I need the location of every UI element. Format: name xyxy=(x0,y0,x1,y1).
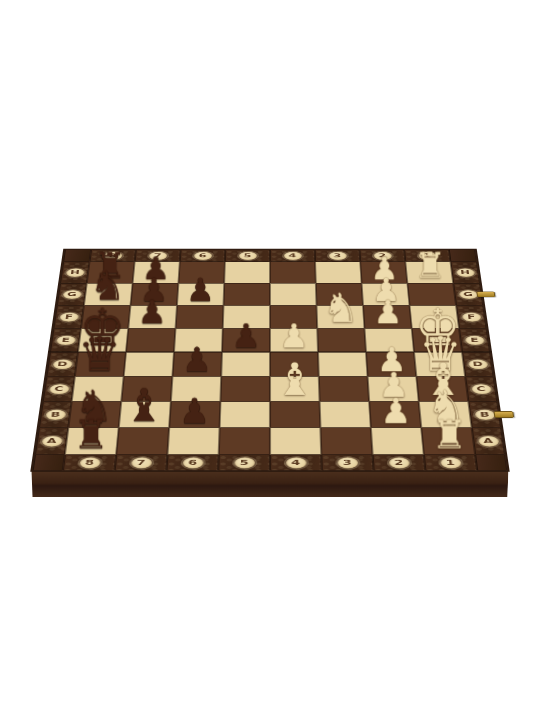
chess-board-3d: 87654321H♜♟♟♜HG♞♟♟♟GF♟♞♟FE♚♟♟♚ED♛♟♟♛DC♝♟… xyxy=(33,250,508,471)
square-g6[interactable]: ♟ xyxy=(177,283,224,305)
coordinate-medallion: F xyxy=(59,312,79,321)
piece-white-knight-f3[interactable]: ♞ xyxy=(323,289,359,329)
coordinate-medallion: 6 xyxy=(194,251,212,259)
square-c3[interactable] xyxy=(319,376,369,401)
coordinate-medallion: C xyxy=(471,384,492,394)
piece-black-queen-d8[interactable]: ♛ xyxy=(78,330,121,378)
coord-bottom-1: 1 xyxy=(424,455,477,471)
square-b5[interactable] xyxy=(220,402,270,428)
square-a7[interactable] xyxy=(116,428,169,455)
square-h4[interactable] xyxy=(270,262,316,284)
coord-bottom-7: 7 xyxy=(115,455,168,471)
coord-right-C: C xyxy=(465,376,497,401)
square-d7[interactable] xyxy=(124,352,174,376)
square-b6[interactable]: ♟ xyxy=(169,402,220,428)
coordinate-medallion: H xyxy=(65,268,84,277)
square-d8[interactable]: ♛ xyxy=(75,352,126,376)
board-frame: 87654321H♜♟♟♜HG♞♟♟♟GF♟♞♟FE♚♟♟♚ED♛♟♟♛DC♝♟… xyxy=(33,250,508,471)
coord-left-E: E xyxy=(50,328,81,352)
square-d5[interactable] xyxy=(221,352,270,376)
coord-left-C: C xyxy=(43,376,75,401)
coord-bottom-4: 4 xyxy=(270,455,322,471)
square-g5[interactable] xyxy=(223,283,270,305)
square-e7[interactable] xyxy=(126,328,176,352)
square-c5[interactable] xyxy=(220,376,270,401)
coordinate-medallion: D xyxy=(52,359,72,369)
coordinate-medallion: B xyxy=(45,409,66,419)
coord-left-A: A xyxy=(35,428,68,455)
frame-corner xyxy=(63,250,91,262)
piece-white-rook-h1[interactable]: ♜ xyxy=(414,249,446,284)
coordinate-medallion: C xyxy=(48,384,69,394)
square-a6[interactable] xyxy=(167,428,219,455)
frame-corner xyxy=(33,455,65,471)
square-a8[interactable]: ♜ xyxy=(65,428,119,455)
coord-bottom-5: 5 xyxy=(218,455,270,471)
coord-right-D: D xyxy=(462,352,494,376)
coordinate-medallion: 6 xyxy=(182,457,203,468)
square-h1[interactable]: ♜ xyxy=(405,262,453,284)
coord-left-H: H xyxy=(60,262,89,284)
coordinate-medallion: B xyxy=(474,409,495,419)
square-d3[interactable] xyxy=(318,352,368,376)
square-h5[interactable] xyxy=(224,262,270,284)
square-e4[interactable]: ♟ xyxy=(270,328,318,352)
square-b4[interactable] xyxy=(270,402,320,428)
coord-left-D: D xyxy=(46,352,78,376)
piece-black-pawn-b6[interactable]: ♟ xyxy=(179,393,210,428)
coordinate-medallion: 5 xyxy=(239,251,257,259)
piece-white-bishop-c4[interactable]: ♝ xyxy=(275,358,315,402)
piece-black-pawn-g6[interactable]: ♟ xyxy=(186,274,215,306)
coordinate-medallion: A xyxy=(41,436,63,447)
piece-black-pawn-e5[interactable]: ♟ xyxy=(231,319,261,352)
coord-bottom-6: 6 xyxy=(166,455,218,471)
coordinate-medallion: 5 xyxy=(234,457,255,468)
coordinate-medallion: 8 xyxy=(79,457,101,468)
square-f7[interactable]: ♟ xyxy=(128,305,177,328)
coordinate-medallion: 4 xyxy=(284,251,302,259)
square-c4[interactable]: ♝ xyxy=(270,376,320,401)
square-g4[interactable] xyxy=(270,283,317,305)
coordinate-medallion: E xyxy=(56,335,76,344)
coordinate-medallion: H xyxy=(456,268,475,277)
square-e3[interactable] xyxy=(317,328,366,352)
square-b3[interactable] xyxy=(320,402,371,428)
coord-bottom-2: 2 xyxy=(373,455,426,471)
coordinate-medallion: 3 xyxy=(328,251,346,259)
coord-right-H: H xyxy=(450,262,479,284)
piece-black-pawn-f7[interactable]: ♟ xyxy=(138,296,167,328)
square-h3[interactable] xyxy=(315,262,361,284)
coordinate-medallion: G xyxy=(458,290,477,299)
brass-clasp-bottom xyxy=(493,411,514,418)
square-b7[interactable]: ♝ xyxy=(119,402,171,428)
coordinate-medallion: F xyxy=(461,312,481,321)
coord-top-5: 5 xyxy=(225,250,270,262)
coord-bottom-3: 3 xyxy=(321,455,373,471)
piece-black-pawn-d6[interactable]: ♟ xyxy=(182,343,212,376)
square-a1[interactable]: ♜ xyxy=(421,428,475,455)
square-b2[interactable]: ♟ xyxy=(369,402,421,428)
coordinate-medallion: 1 xyxy=(440,457,462,468)
piece-black-bishop-b7[interactable]: ♝ xyxy=(124,383,164,428)
coord-bottom-8: 8 xyxy=(63,455,116,471)
coord-top-4: 4 xyxy=(270,250,315,262)
square-a3[interactable] xyxy=(320,428,372,455)
coord-top-6: 6 xyxy=(180,250,226,262)
square-f2[interactable]: ♟ xyxy=(363,305,412,328)
square-f6[interactable] xyxy=(176,305,224,328)
square-a5[interactable] xyxy=(219,428,270,455)
piece-white-rook-a1[interactable]: ♜ xyxy=(431,415,466,454)
box-front-edge xyxy=(32,471,509,497)
coord-left-B: B xyxy=(39,402,72,428)
piece-white-pawn-f2[interactable]: ♟ xyxy=(373,296,402,328)
coordinate-medallion: 3 xyxy=(337,457,358,468)
square-f3[interactable]: ♞ xyxy=(317,305,365,328)
coordinate-medallion: E xyxy=(464,335,484,344)
square-d6[interactable]: ♟ xyxy=(172,352,222,376)
square-a4[interactable] xyxy=(270,428,321,455)
coordinate-medallion: 7 xyxy=(130,457,151,468)
coordinate-medallion: A xyxy=(477,436,499,447)
coord-top-3: 3 xyxy=(315,250,361,262)
piece-white-pawn-e4[interactable]: ♟ xyxy=(279,319,309,352)
square-a2[interactable] xyxy=(371,428,424,455)
square-e5[interactable]: ♟ xyxy=(222,328,270,352)
coord-right-A: A xyxy=(472,428,505,455)
coordinate-medallion: D xyxy=(467,359,487,369)
coordinate-medallion: 2 xyxy=(388,457,409,468)
piece-white-pawn-b2[interactable]: ♟ xyxy=(380,393,411,428)
coordinate-medallion: 4 xyxy=(286,457,307,468)
piece-black-rook-a8[interactable]: ♜ xyxy=(73,415,108,454)
frame-corner xyxy=(449,250,477,262)
coord-right-E: E xyxy=(459,328,490,352)
frame-corner xyxy=(475,455,507,471)
